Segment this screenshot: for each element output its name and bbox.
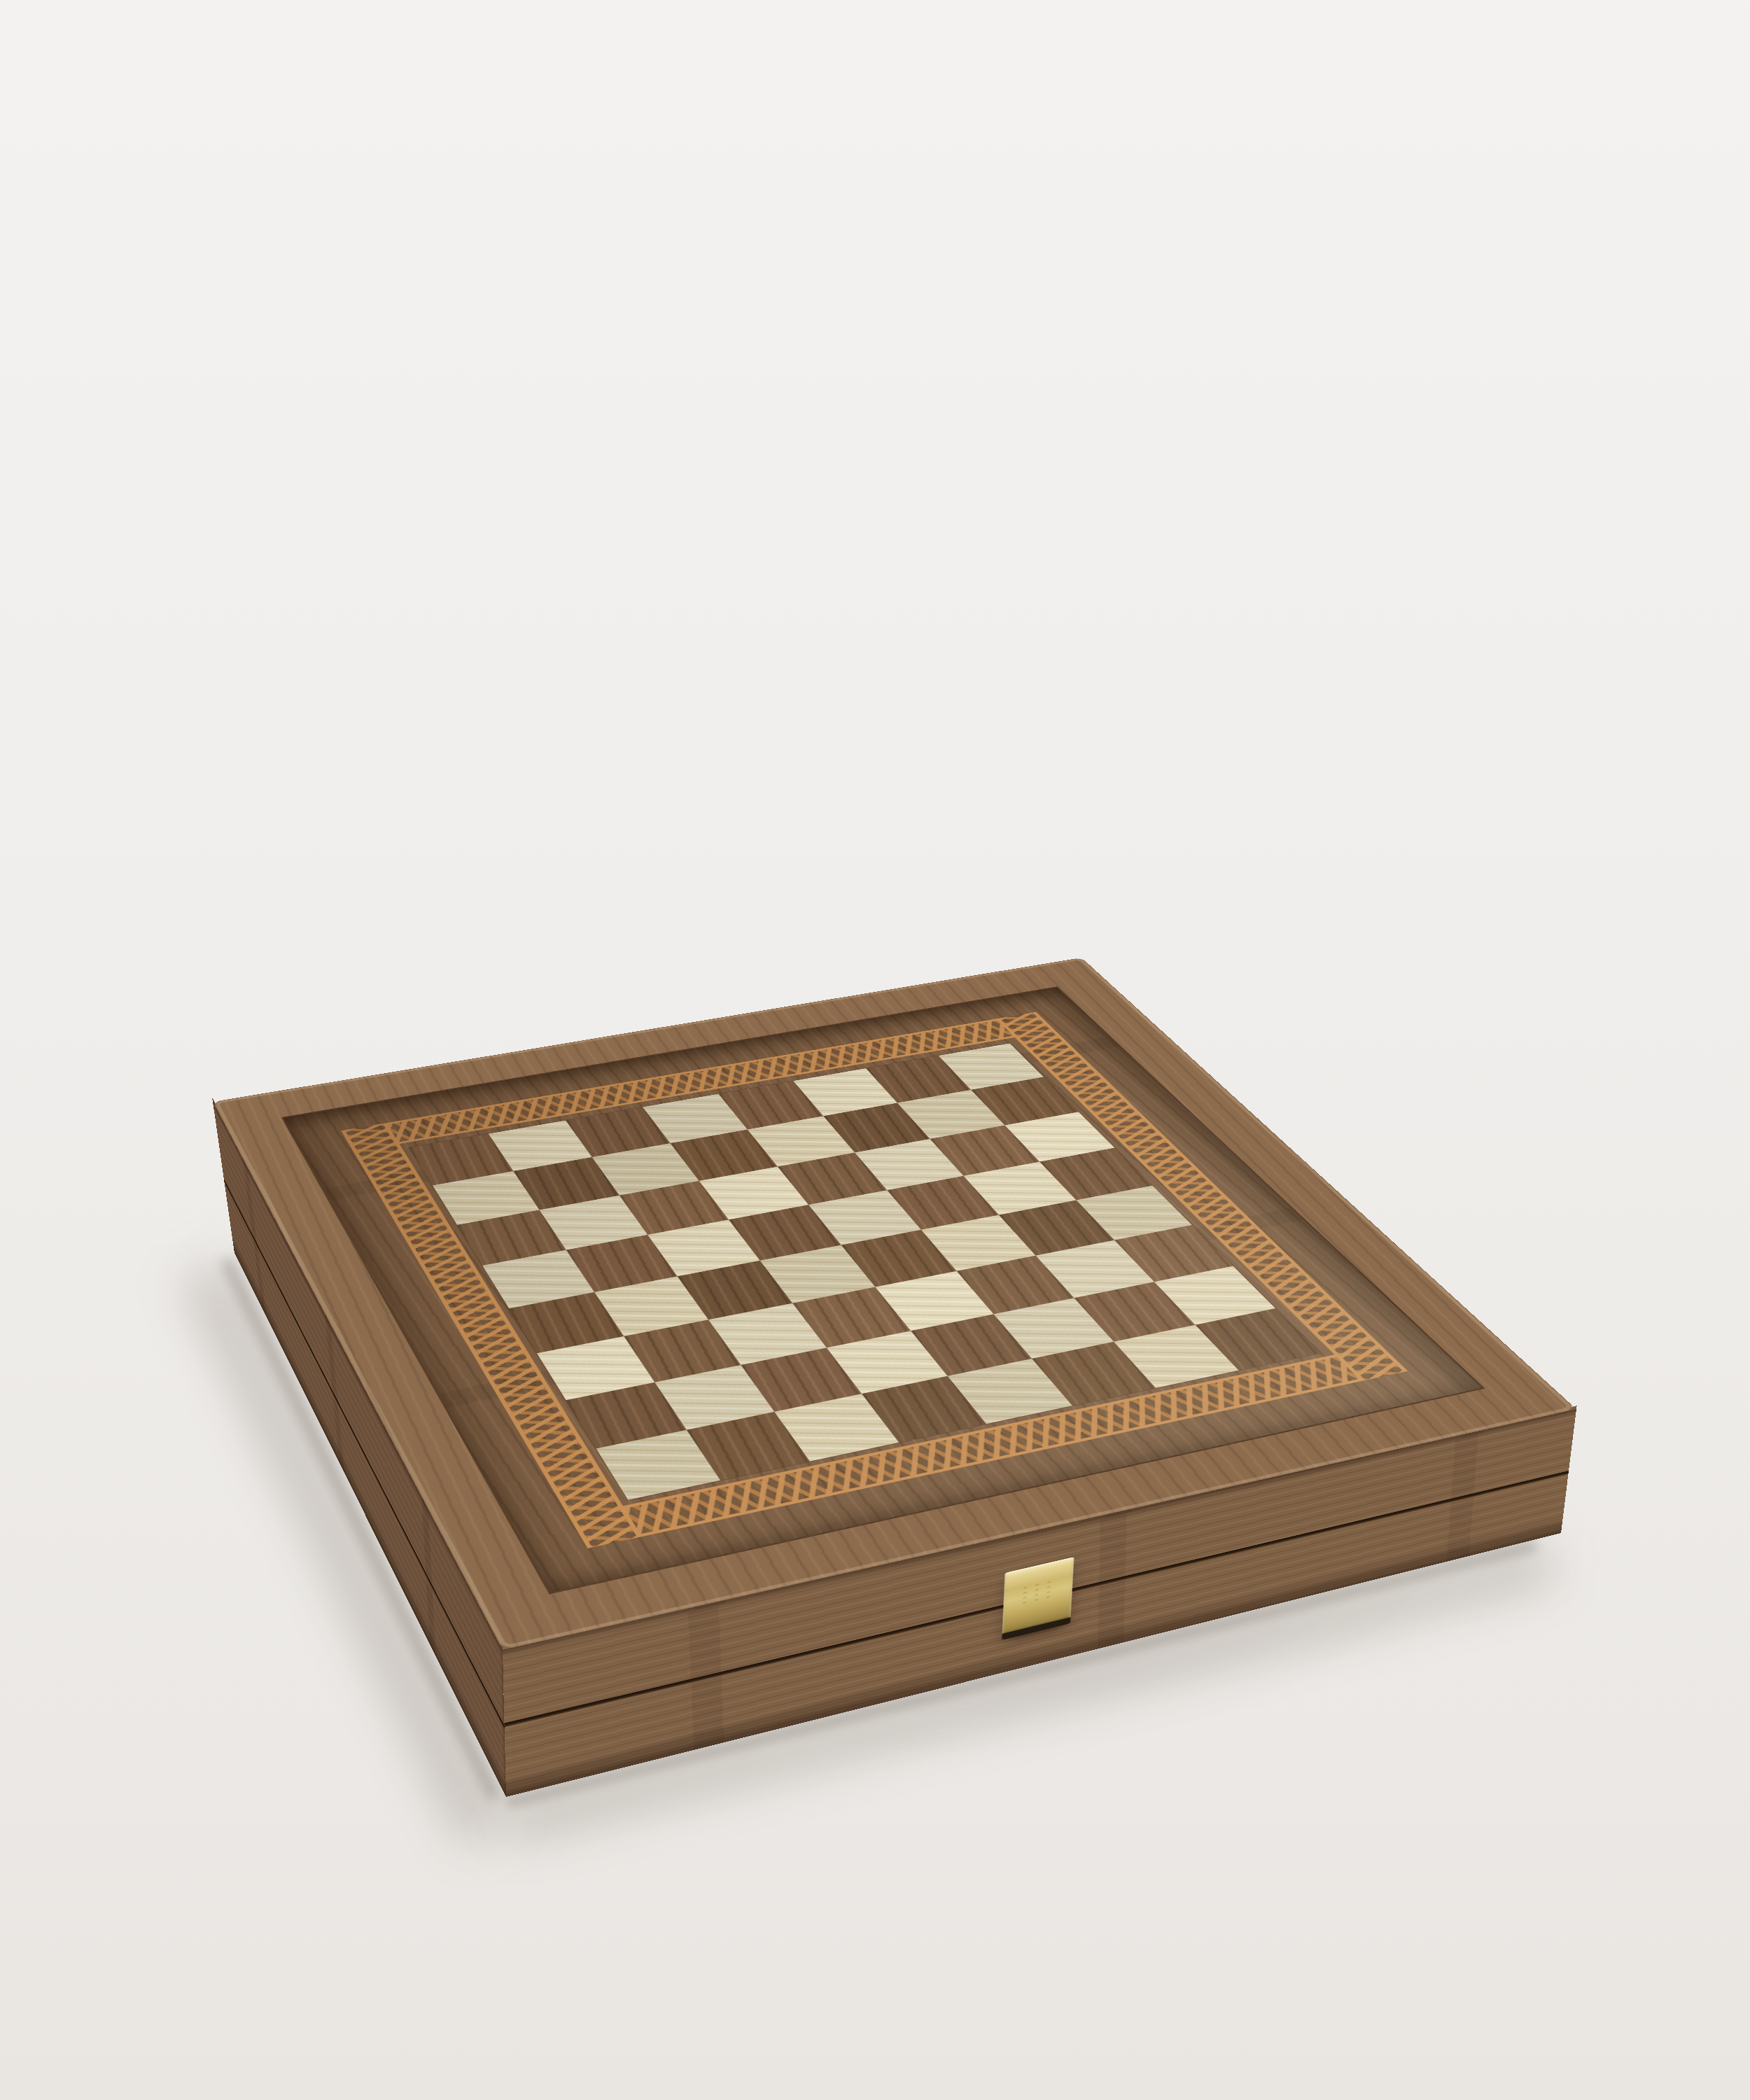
brass-clasp (1002, 1557, 1074, 1640)
clasp-logo-emboss (1018, 1577, 1058, 1607)
product-photo-background (0, 0, 1750, 2100)
